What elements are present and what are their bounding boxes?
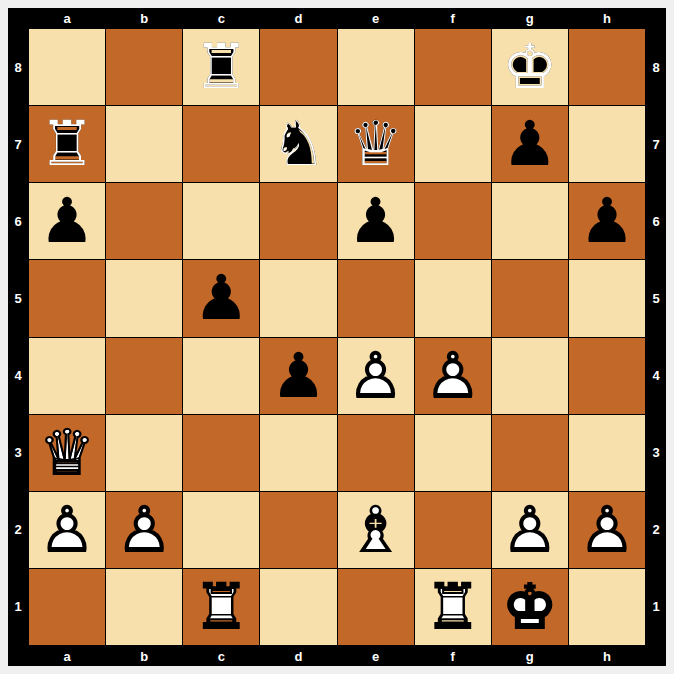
piece-glyph-fill: ♜ — [415, 569, 491, 645]
piece-white-queen[interactable]: ♛♕ — [29, 415, 105, 491]
square-c2[interactable] — [183, 492, 259, 568]
file-label-a-bottom: a — [29, 646, 105, 666]
rank-label-6-right: 6 — [646, 183, 666, 259]
piece-glyph-fill: ♚ — [492, 29, 568, 105]
square-a2[interactable]: ♟♙ — [29, 492, 105, 568]
piece-glyph-fill: ♟ — [569, 183, 645, 259]
file-label-b-top: b — [106, 8, 182, 28]
piece-glyph-detail: ♙ — [338, 338, 414, 414]
square-f8[interactable] — [415, 29, 491, 105]
piece-glyph-fill: ♟ — [492, 106, 568, 182]
piece-black-pawn[interactable]: ♟ — [569, 183, 645, 259]
rank-label-8-right: 8 — [646, 29, 666, 105]
square-a6[interactable]: ♟ — [29, 183, 105, 259]
piece-black-pawn[interactable]: ♟ — [183, 260, 259, 336]
square-h1[interactable] — [569, 569, 645, 645]
square-f5[interactable] — [415, 260, 491, 336]
square-c1[interactable]: ♜♖ — [183, 569, 259, 645]
rank-label-6-left: 6 — [8, 183, 28, 259]
square-h7[interactable] — [569, 106, 645, 182]
piece-glyph-fill: ♜ — [183, 569, 259, 645]
piece-glyph-detail: ♘ — [260, 106, 336, 182]
square-d2[interactable] — [260, 492, 336, 568]
file-label-c-bottom: c — [183, 646, 259, 666]
square-e7[interactable]: ♛♕ — [338, 106, 414, 182]
piece-glyph-detail: ♙ — [415, 338, 491, 414]
square-e2[interactable]: ♝♗ — [338, 492, 414, 568]
piece-glyph-fill: ♜ — [183, 29, 259, 105]
piece-white-rook[interactable]: ♜♖ — [183, 569, 259, 645]
piece-glyph-fill: ♟ — [29, 492, 105, 568]
square-f1[interactable]: ♜♖ — [415, 569, 491, 645]
square-f6[interactable] — [415, 183, 491, 259]
square-b6[interactable] — [106, 183, 182, 259]
piece-glyph-fill: ♞ — [260, 106, 336, 182]
file-label-a-top: a — [29, 8, 105, 28]
square-e5[interactable] — [338, 260, 414, 336]
piece-glyph-detail: ♖ — [29, 106, 105, 182]
square-a1[interactable] — [29, 569, 105, 645]
piece-glyph-detail: ♕ — [338, 106, 414, 182]
square-d1[interactable] — [260, 569, 336, 645]
piece-white-king[interactable]: ♚♔ — [492, 569, 568, 645]
file-label-e-top: e — [338, 8, 414, 28]
piece-white-pawn[interactable]: ♟♙ — [338, 338, 414, 414]
square-a3[interactable]: ♛♕ — [29, 415, 105, 491]
square-b8[interactable] — [106, 29, 182, 105]
piece-glyph-detail: ♔ — [492, 29, 568, 105]
square-h6[interactable]: ♟ — [569, 183, 645, 259]
piece-glyph-fill: ♝ — [338, 492, 414, 568]
rank-label-3-left: 3 — [8, 415, 28, 491]
piece-black-knight[interactable]: ♞♘ — [260, 106, 336, 182]
piece-glyph-fill: ♟ — [492, 492, 568, 568]
page: abcdefgh8♜♖♚♔87♜♖♞♘♛♕♟76♟♟♟65♟54♟♟♙♟♙43♛… — [0, 0, 674, 674]
piece-glyph-detail: ♕ — [29, 415, 105, 491]
file-label-h-top: h — [569, 8, 645, 28]
piece-white-pawn[interactable]: ♟♙ — [29, 492, 105, 568]
rank-label-4-left: 4 — [8, 338, 28, 414]
square-c4[interactable] — [183, 338, 259, 414]
frame-corner — [646, 646, 666, 666]
file-label-h-bottom: h — [569, 646, 645, 666]
piece-glyph-fill: ♛ — [338, 106, 414, 182]
square-c7[interactable] — [183, 106, 259, 182]
rank-label-2-right: 2 — [646, 492, 666, 568]
piece-glyph-fill: ♟ — [106, 492, 182, 568]
piece-black-pawn[interactable]: ♟ — [338, 183, 414, 259]
square-f4[interactable]: ♟♙ — [415, 338, 491, 414]
square-f2[interactable] — [415, 492, 491, 568]
rank-label-1-left: 1 — [8, 569, 28, 645]
rank-label-5-left: 5 — [8, 260, 28, 336]
square-g5[interactable] — [492, 260, 568, 336]
rank-label-8-left: 8 — [8, 29, 28, 105]
square-d6[interactable] — [260, 183, 336, 259]
piece-glyph-detail: ♖ — [183, 569, 259, 645]
square-c8[interactable]: ♜♖ — [183, 29, 259, 105]
piece-glyph-fill: ♚ — [492, 569, 568, 645]
piece-glyph-detail: ♖ — [415, 569, 491, 645]
rank-label-5-right: 5 — [646, 260, 666, 336]
file-label-g-top: g — [492, 8, 568, 28]
square-h8[interactable] — [569, 29, 645, 105]
square-c5[interactable]: ♟ — [183, 260, 259, 336]
square-c3[interactable] — [183, 415, 259, 491]
piece-white-pawn[interactable]: ♟♙ — [106, 492, 182, 568]
piece-glyph-detail: ♙ — [492, 492, 568, 568]
square-b3[interactable] — [106, 415, 182, 491]
piece-glyph-detail: ♙ — [29, 492, 105, 568]
piece-white-pawn[interactable]: ♟♙ — [569, 492, 645, 568]
piece-glyph-detail: ♖ — [183, 29, 259, 105]
file-label-b-bottom: b — [106, 646, 182, 666]
square-h2[interactable]: ♟♙ — [569, 492, 645, 568]
piece-glyph-detail: ♗ — [338, 492, 414, 568]
rank-label-2-left: 2 — [8, 492, 28, 568]
square-a8[interactable] — [29, 29, 105, 105]
square-d4[interactable]: ♟ — [260, 338, 336, 414]
square-f7[interactable] — [415, 106, 491, 182]
square-d8[interactable] — [260, 29, 336, 105]
square-h3[interactable] — [569, 415, 645, 491]
file-label-f-top: f — [415, 8, 491, 28]
square-b4[interactable] — [106, 338, 182, 414]
piece-glyph-fill: ♜ — [29, 106, 105, 182]
square-a7[interactable]: ♜♖ — [29, 106, 105, 182]
piece-glyph-fill: ♛ — [29, 415, 105, 491]
square-g3[interactable] — [492, 415, 568, 491]
square-g7[interactable]: ♟ — [492, 106, 568, 182]
square-g4[interactable] — [492, 338, 568, 414]
piece-white-pawn[interactable]: ♟♙ — [415, 338, 491, 414]
square-e8[interactable] — [338, 29, 414, 105]
piece-glyph-fill: ♟ — [183, 260, 259, 336]
file-label-d-top: d — [260, 8, 336, 28]
piece-glyph-fill: ♟ — [569, 492, 645, 568]
piece-black-queen[interactable]: ♛♕ — [338, 106, 414, 182]
square-h5[interactable] — [569, 260, 645, 336]
file-label-g-bottom: g — [492, 646, 568, 666]
square-e4[interactable]: ♟♙ — [338, 338, 414, 414]
file-label-d-bottom: d — [260, 646, 336, 666]
piece-white-pawn[interactable]: ♟♙ — [492, 492, 568, 568]
rank-label-7-left: 7 — [8, 106, 28, 182]
square-b2[interactable]: ♟♙ — [106, 492, 182, 568]
square-g6[interactable] — [492, 183, 568, 259]
file-label-f-bottom: f — [415, 646, 491, 666]
file-label-c-top: c — [183, 8, 259, 28]
rank-label-3-right: 3 — [646, 415, 666, 491]
square-d5[interactable] — [260, 260, 336, 336]
piece-white-bishop[interactable]: ♝♗ — [338, 492, 414, 568]
frame-corner — [8, 8, 28, 28]
square-a4[interactable] — [29, 338, 105, 414]
piece-glyph-fill: ♟ — [260, 338, 336, 414]
frame-corner — [8, 646, 28, 666]
piece-glyph-detail: ♙ — [569, 492, 645, 568]
piece-black-pawn[interactable]: ♟ — [492, 106, 568, 182]
piece-white-rook[interactable]: ♜♖ — [415, 569, 491, 645]
square-e3[interactable] — [338, 415, 414, 491]
piece-black-king[interactable]: ♚♔ — [492, 29, 568, 105]
frame-corner — [646, 8, 666, 28]
square-e6[interactable]: ♟ — [338, 183, 414, 259]
square-g8[interactable]: ♚♔ — [492, 29, 568, 105]
piece-black-pawn[interactable]: ♟ — [29, 183, 105, 259]
square-d7[interactable]: ♞♘ — [260, 106, 336, 182]
square-c6[interactable] — [183, 183, 259, 259]
piece-glyph-detail: ♔ — [492, 569, 568, 645]
piece-glyph-fill: ♟ — [338, 338, 414, 414]
file-label-e-bottom: e — [338, 646, 414, 666]
piece-glyph-fill: ♟ — [338, 183, 414, 259]
chess-board: abcdefgh8♜♖♚♔87♜♖♞♘♛♕♟76♟♟♟65♟54♟♟♙♟♙43♛… — [8, 8, 666, 666]
piece-black-rook[interactable]: ♜♖ — [183, 29, 259, 105]
piece-black-rook[interactable]: ♜♖ — [29, 106, 105, 182]
piece-glyph-fill: ♟ — [29, 183, 105, 259]
square-g2[interactable]: ♟♙ — [492, 492, 568, 568]
square-b7[interactable] — [106, 106, 182, 182]
rank-label-7-right: 7 — [646, 106, 666, 182]
rank-label-1-right: 1 — [646, 569, 666, 645]
square-b1[interactable] — [106, 569, 182, 645]
piece-glyph-detail: ♙ — [106, 492, 182, 568]
square-f3[interactable] — [415, 415, 491, 491]
square-d3[interactable] — [260, 415, 336, 491]
square-b5[interactable] — [106, 260, 182, 336]
square-a5[interactable] — [29, 260, 105, 336]
square-h4[interactable] — [569, 338, 645, 414]
piece-black-pawn[interactable]: ♟ — [260, 338, 336, 414]
square-g1[interactable]: ♚♔ — [492, 569, 568, 645]
rank-label-4-right: 4 — [646, 338, 666, 414]
square-e1[interactable] — [338, 569, 414, 645]
piece-glyph-fill: ♟ — [415, 338, 491, 414]
